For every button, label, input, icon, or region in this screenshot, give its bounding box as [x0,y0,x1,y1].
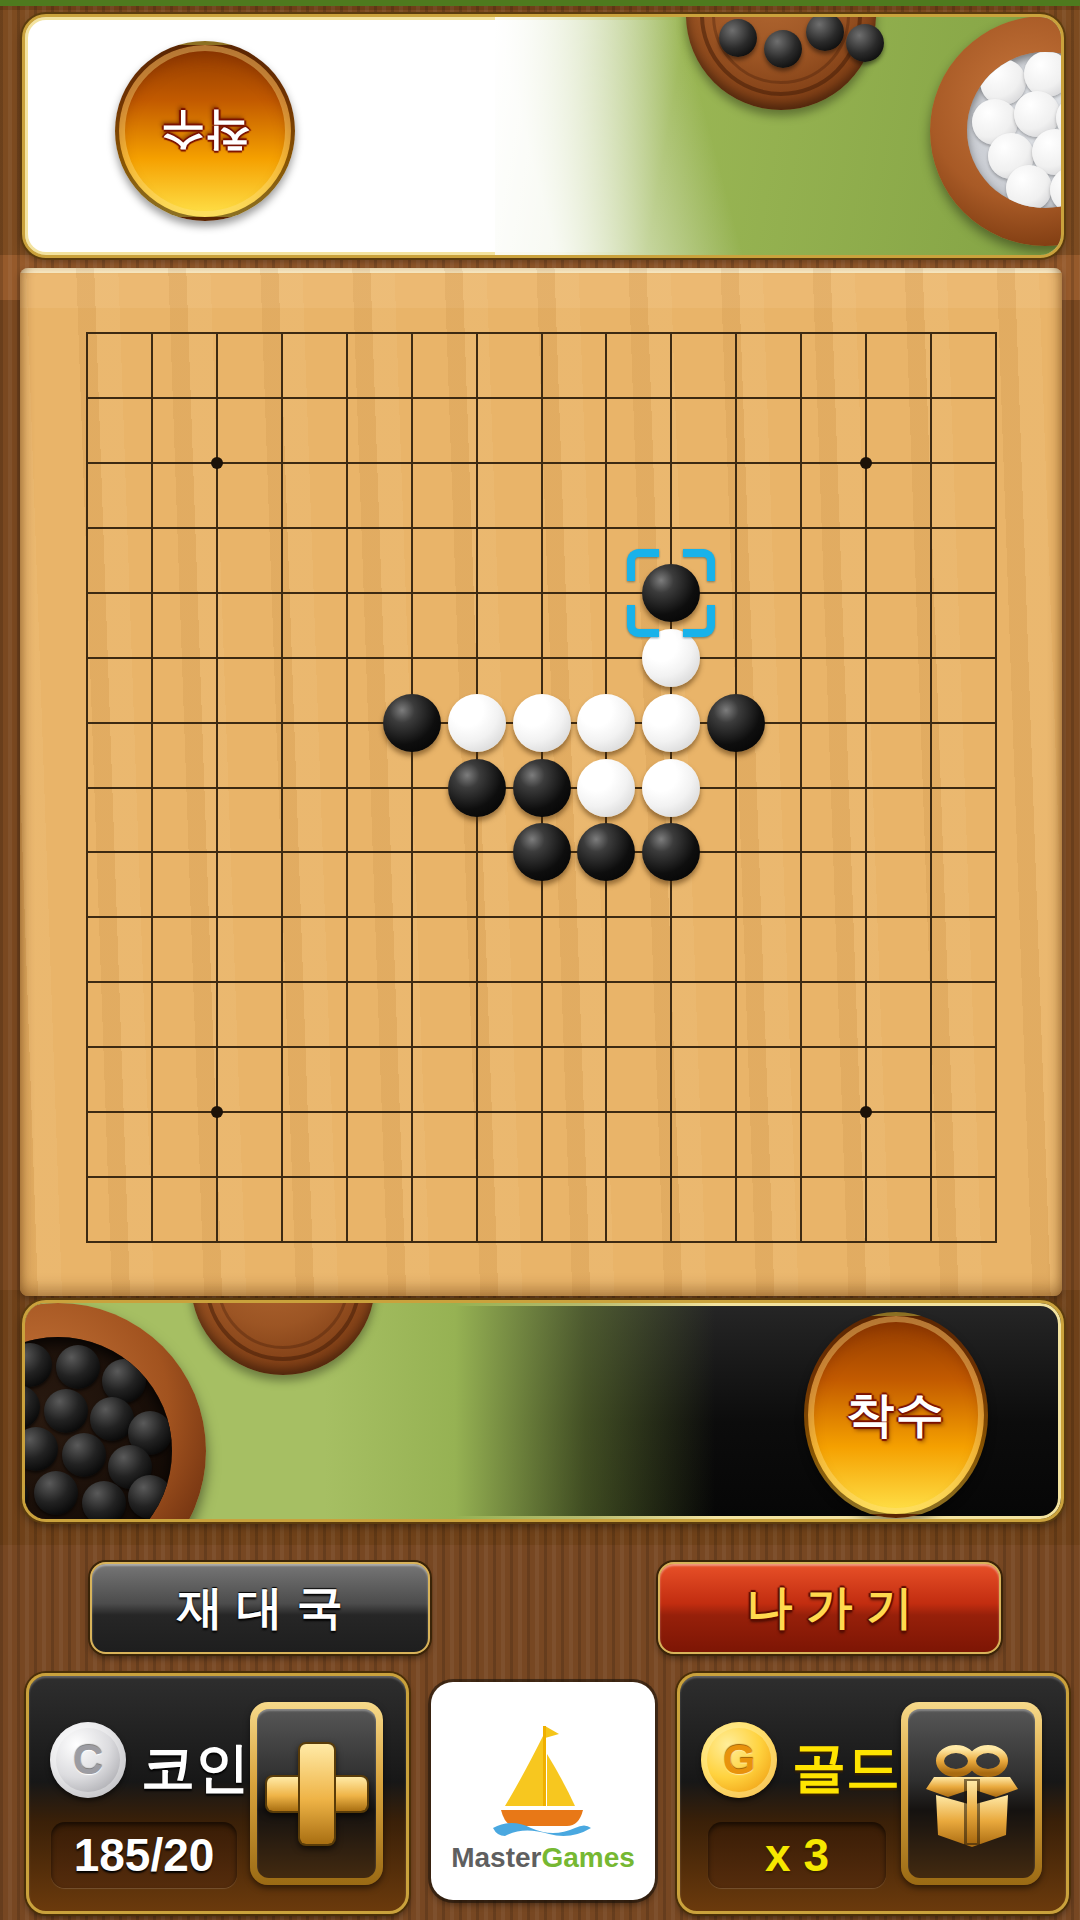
coin-panel: C 코인 185/20 [26,1673,409,1914]
star-point [211,457,223,469]
last-move-marker [627,549,715,637]
rematch-button-label: 재대국 [163,1577,357,1639]
black-stone [448,759,506,817]
gold-amount-box: x 3 [708,1822,886,1888]
black-stone-on-lid [764,30,802,68]
player-confirm-move-button[interactable]: 착수 [804,1312,988,1518]
white-stone [642,629,700,687]
white-stone [642,759,700,817]
opponent-confirm-move-button[interactable]: 착수 [115,41,295,221]
exit-button[interactable]: 나가기 [658,1562,1001,1654]
rematch-button[interactable]: 재대국 [90,1562,430,1654]
gold-panel: G 골드 x 3 [677,1673,1069,1914]
game-screen: 착수 착수 재대국 나가기 [0,0,1080,1920]
exit-button-label: 나가기 [733,1577,927,1639]
white-stone [642,694,700,752]
white-stone [577,759,635,817]
coin-amount-box: 185/20 [51,1822,237,1888]
gold-symbol: G [723,1736,756,1784]
black-stone [383,694,441,752]
black-stone [642,823,700,881]
gift-icon [926,1739,1018,1849]
coin-label: 코인 [141,1732,249,1805]
star-point [860,457,872,469]
star-point [860,1106,872,1118]
player-confirm-move-label: 착수 [846,1383,946,1447]
add-coin-button-face [257,1709,376,1878]
white-stone-bowl-stones [967,52,1064,208]
black-stone [513,759,571,817]
logo-panel[interactable]: MasterGames [431,1682,655,1900]
gold-amount: x 3 [765,1828,829,1882]
black-stone-on-lid [719,19,757,57]
white-stone [513,694,571,752]
sailboat-logo-icon [483,1724,603,1842]
player-tray: 착수 [22,1300,1064,1522]
white-stone [448,694,506,752]
gold-icon: G [701,1722,777,1798]
brand-wordmark: MasterGames [451,1842,635,1874]
brand-second: Games [541,1842,634,1873]
plus-icon [267,1744,367,1844]
black-stone [707,694,765,752]
gift-button[interactable] [901,1702,1042,1885]
black-stone [513,823,571,881]
black-stone [577,823,635,881]
black-stone-on-lid [846,24,884,62]
brand-first: Master [451,1842,541,1873]
white-stone [577,694,635,752]
add-coin-button[interactable] [250,1702,383,1885]
go-board [20,268,1062,1296]
coin-amount: 185/20 [74,1828,215,1882]
board-grid[interactable] [86,332,997,1243]
black-stone-bowl-stones [22,1337,172,1522]
star-point [211,1106,223,1118]
opponent-banner: 착수 [22,14,1064,258]
coin-icon: C [50,1722,126,1798]
opponent-confirm-move-label: 착수 [159,102,251,161]
gift-button-face [908,1709,1035,1878]
gold-label: 골드 [792,1732,900,1805]
black-stone-on-lid [806,14,844,51]
coin-symbol: C [73,1736,103,1784]
